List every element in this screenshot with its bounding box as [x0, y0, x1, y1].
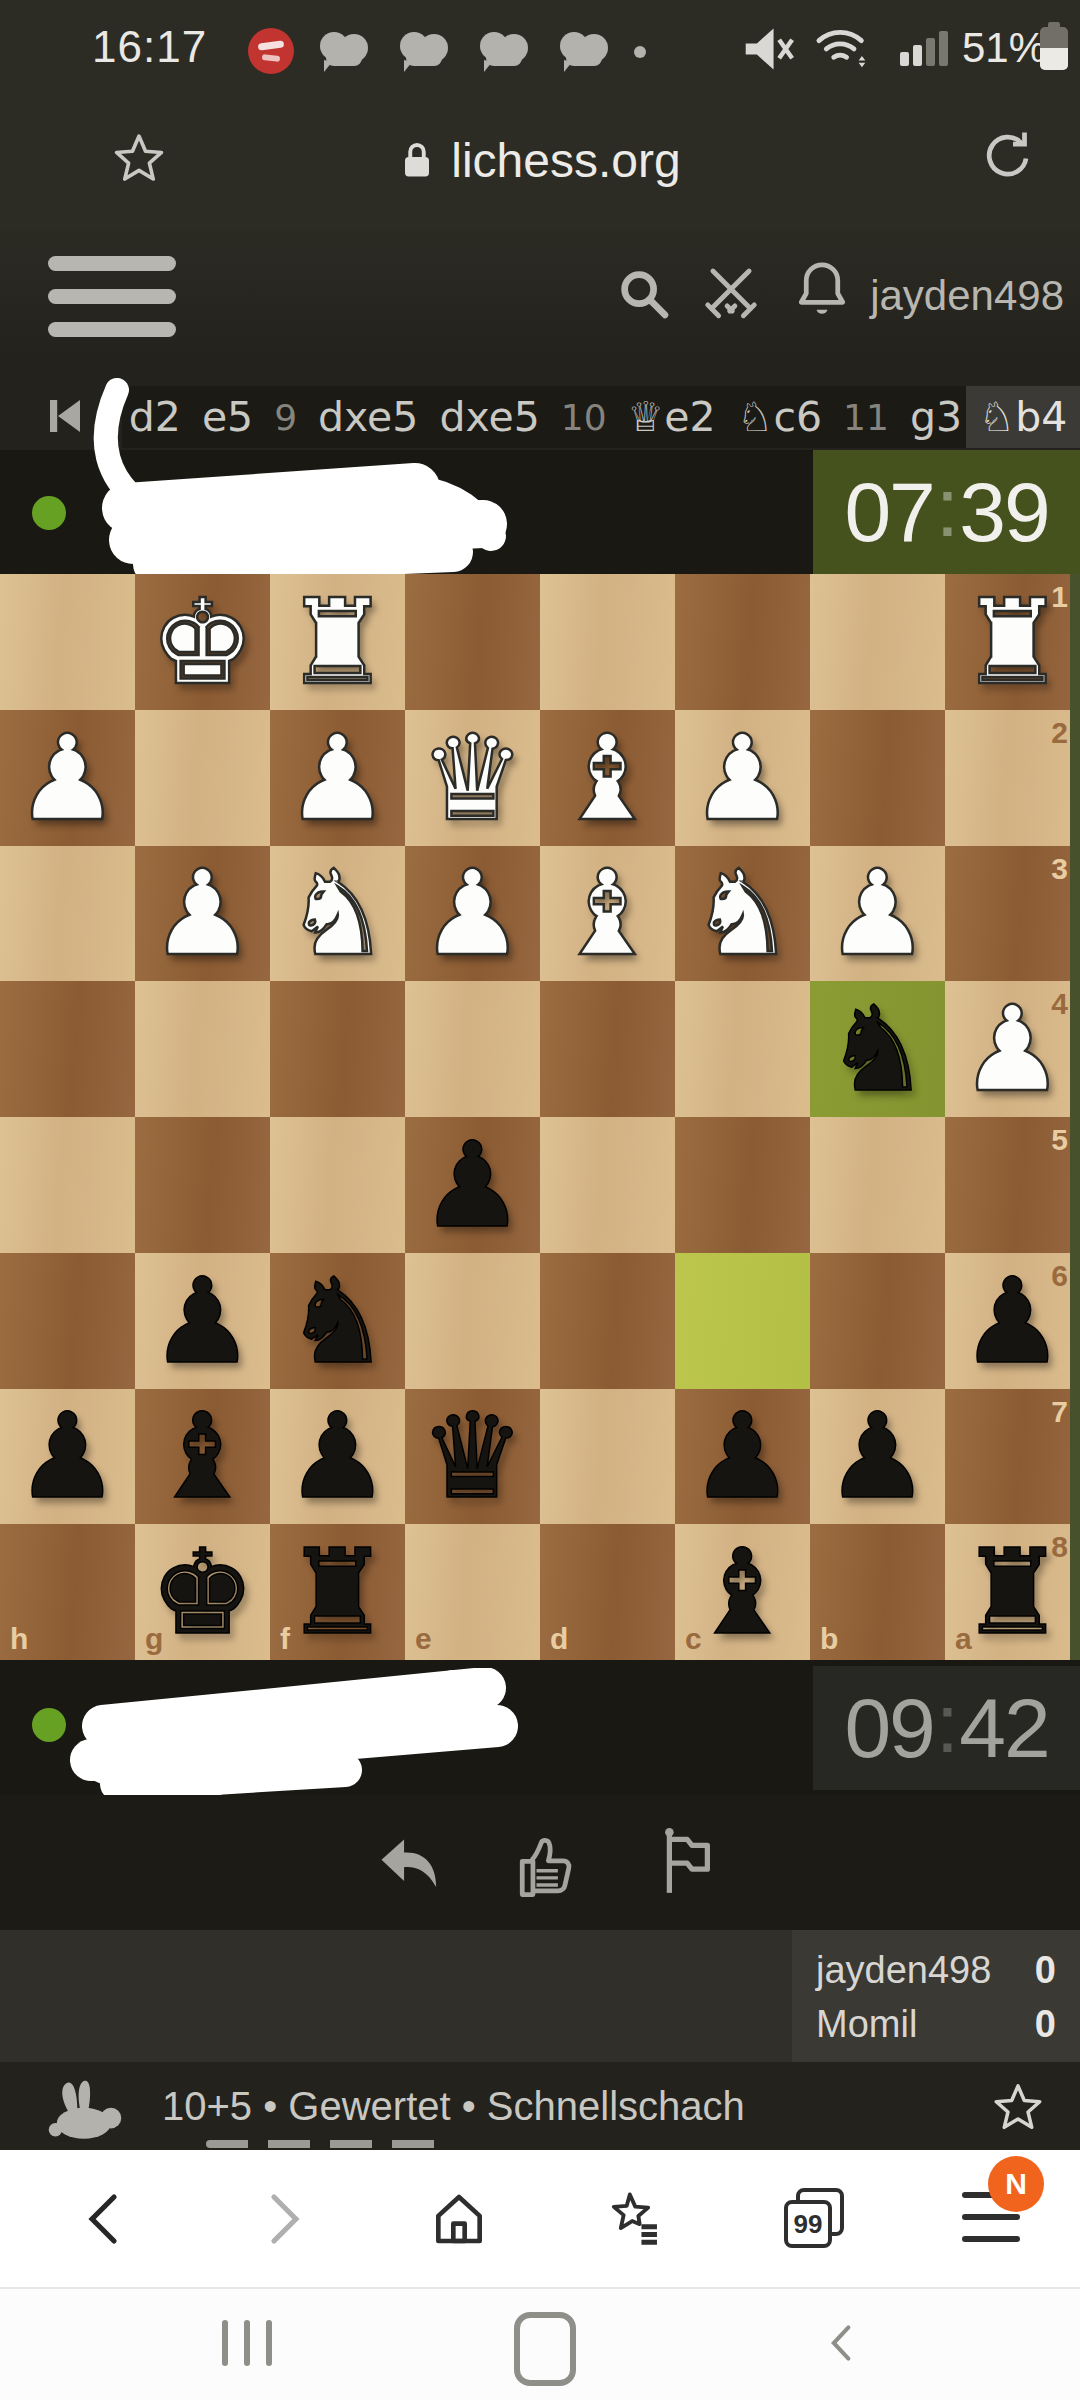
square-d3[interactable]: ♝ — [540, 846, 675, 982]
square-d8[interactable]: d — [540, 1524, 675, 1660]
move-san[interactable]: dxe5 — [439, 393, 539, 441]
move-strip: ♗d2e59dxe5dxe510♕e2♘c611g3O-O12b3 — [122, 386, 966, 448]
phone-screen: 16:17 51% lichess.org jayden498 ♗d2e59dx… — [0, 0, 1080, 2400]
square-a5[interactable]: 5 — [945, 1117, 1080, 1253]
rank-label: 3 — [1051, 852, 1068, 886]
score-panel: jayden498 0 Momil 0 — [792, 1930, 1080, 2062]
signal-bar — [913, 45, 922, 66]
move-number: 10 — [561, 397, 607, 438]
piece-white-pawn: ♟ — [0, 710, 135, 846]
score-value: 0 — [1035, 2003, 1056, 2046]
square-e4[interactable] — [405, 981, 540, 1117]
piece-black-rook: ♜ — [270, 1524, 405, 1660]
piece-white-king: ♚ — [135, 574, 270, 710]
piece-white-pawn: ♟ — [135, 846, 270, 982]
rank-label: 5 — [1051, 1123, 1068, 1157]
square-h1[interactable] — [0, 574, 135, 710]
piece-white-bishop: ♝ — [540, 846, 675, 982]
online-dot — [32, 496, 66, 530]
square-h7[interactable]: ♟ — [0, 1389, 135, 1525]
online-dot — [32, 1708, 66, 1742]
square-f1[interactable]: ♜ — [270, 574, 405, 710]
square-g4[interactable] — [135, 981, 270, 1117]
square-b3[interactable]: ♟ — [810, 846, 945, 982]
takeback-icon[interactable] — [372, 1824, 448, 1900]
square-h2[interactable]: ♟ — [0, 710, 135, 846]
search-icon[interactable] — [612, 262, 674, 324]
file-label: c — [685, 1622, 702, 1656]
square-b5[interactable] — [810, 1117, 945, 1253]
rabbit-speed-icon — [44, 2078, 134, 2140]
square-e6[interactable] — [405, 1253, 540, 1389]
square-d4[interactable] — [540, 981, 675, 1117]
refresh-icon[interactable] — [978, 126, 1038, 186]
square-a6[interactable]: ♟6 — [945, 1253, 1080, 1389]
battery-percent: 51% — [962, 24, 1046, 72]
chat-notification-icon — [398, 30, 450, 74]
browser-back-icon[interactable] — [74, 2188, 136, 2250]
file-label: f — [280, 1622, 290, 1656]
square-g8[interactable]: ♚g — [135, 1524, 270, 1660]
player-clock: 09:42 — [813, 1666, 1080, 1790]
rank-label: 4 — [1051, 987, 1068, 1021]
rank-label: 8 — [1051, 1530, 1068, 1564]
piece-black-pawn: ♟ — [0, 1389, 135, 1525]
piece-black-bishop: ♝ — [135, 1389, 270, 1525]
square-e2[interactable]: ♛ — [405, 710, 540, 846]
piece-white-pawn: ♟ — [270, 710, 405, 846]
score-value: 0 — [1035, 1949, 1056, 1992]
square-h5[interactable] — [0, 1117, 135, 1253]
square-f3[interactable]: ♞ — [270, 846, 405, 982]
square-a1[interactable]: ♜1 — [945, 574, 1080, 710]
status-bar: 16:17 51% — [0, 0, 1080, 90]
piece-white-knight: ♞ — [270, 846, 405, 982]
signal-bar — [926, 38, 935, 66]
square-b7[interactable]: ♟ — [810, 1389, 945, 1525]
rank-label: 7 — [1051, 1395, 1068, 1429]
square-a2[interactable]: 2 — [945, 710, 1080, 846]
square-d2[interactable]: ♝ — [540, 710, 675, 846]
url-domain: lichess.org — [451, 133, 680, 188]
mute-icon — [742, 26, 794, 72]
chess-board: ♚♜♜1♟♟♛♝♟2♟♞♟♝♞♟3♞♟4♟5♟♞♟6♟♝♟♛♟♟7h♚g♜fed… — [0, 574, 1080, 1660]
file-label: h — [10, 1622, 28, 1656]
move-san[interactable]: ♕e2 — [628, 393, 716, 441]
square-e5[interactable]: ♟ — [405, 1117, 540, 1253]
game-info-text: 10+5 • Gewertet • Schnellschach — [162, 2084, 745, 2129]
square-h4[interactable] — [0, 981, 135, 1117]
piece-white-bishop: ♝ — [540, 710, 675, 846]
signal-bar — [900, 52, 909, 66]
board-right-edge-strip — [1070, 574, 1080, 1660]
square-b1[interactable] — [810, 574, 945, 710]
square-f2[interactable]: ♟ — [270, 710, 405, 846]
square-c4[interactable] — [675, 981, 810, 1117]
square-c5[interactable] — [675, 1117, 810, 1253]
favorite-star-icon[interactable] — [990, 2080, 1046, 2136]
piece-white-pawn: ♟ — [675, 710, 810, 846]
menu-notification-badge: N — [988, 2156, 1044, 2212]
crossed-swords-icon[interactable] — [700, 262, 762, 324]
square-e3[interactable]: ♟ — [405, 846, 540, 982]
square-c6[interactable] — [675, 1253, 810, 1389]
wifi-icon — [812, 24, 872, 72]
android-home-icon[interactable] — [514, 2312, 576, 2386]
rank-label: 2 — [1051, 716, 1068, 750]
rank-label: 6 — [1051, 1259, 1068, 1293]
opponent-clock: 07:39 — [813, 450, 1080, 574]
file-label: a — [955, 1622, 972, 1656]
resign-flag-icon[interactable] — [648, 1824, 724, 1900]
lock-icon — [399, 138, 435, 182]
square-c2[interactable]: ♟ — [675, 710, 810, 846]
square-f6[interactable]: ♞ — [270, 1253, 405, 1389]
square-f5[interactable] — [270, 1117, 405, 1253]
clipped-text-line — [206, 2140, 446, 2148]
square-d7[interactable] — [540, 1389, 675, 1525]
square-f7[interactable]: ♟ — [270, 1389, 405, 1525]
move-san[interactable]: g3 — [910, 393, 962, 441]
chat-notification-icon — [478, 30, 530, 74]
square-g5[interactable] — [135, 1117, 270, 1253]
browser-home-icon[interactable] — [428, 2188, 490, 2250]
browser-tabs-icon[interactable]: 99 — [782, 2188, 844, 2250]
square-g6[interactable]: ♟ — [135, 1253, 270, 1389]
score-row: jayden498 0 — [816, 1942, 1056, 1998]
android-back-icon[interactable] — [820, 2314, 864, 2372]
header-username[interactable]: jayden498 — [870, 272, 1064, 320]
browser-forward-icon[interactable] — [252, 2188, 314, 2250]
file-label: g — [145, 1622, 163, 1656]
file-label: d — [550, 1622, 568, 1656]
move-san[interactable]: ♗d2 — [122, 393, 181, 441]
piece-white-queen: ♛ — [405, 710, 540, 846]
signal-bar — [939, 31, 948, 66]
rank-label: 1 — [1051, 580, 1068, 614]
square-h8[interactable]: h — [0, 1524, 135, 1660]
square-h6[interactable] — [0, 1253, 135, 1389]
score-player-name[interactable]: jayden498 — [816, 1949, 991, 1992]
url-display[interactable]: lichess.org — [0, 90, 1080, 230]
square-c1[interactable] — [675, 574, 810, 710]
move-san[interactable]: e5 — [202, 393, 253, 441]
piece-black-knight: ♞ — [270, 1253, 405, 1389]
go-to-first-move-icon[interactable] — [40, 390, 88, 442]
battery-icon — [1040, 22, 1068, 70]
bell-icon[interactable] — [792, 258, 852, 324]
chat-notification-icon — [318, 30, 370, 74]
piece-black-pawn: ♟ — [135, 1253, 270, 1389]
square-b6[interactable] — [810, 1253, 945, 1389]
chat-notification-icon — [558, 30, 610, 74]
square-e7[interactable]: ♛ — [405, 1389, 540, 1525]
square-a3[interactable]: 3 — [945, 846, 1080, 982]
square-d5[interactable] — [540, 1117, 675, 1253]
square-b2[interactable] — [810, 710, 945, 846]
square-b4[interactable]: ♞ — [810, 981, 945, 1117]
browser-bookmarks-icon[interactable] — [604, 2188, 666, 2250]
square-h3[interactable] — [0, 846, 135, 982]
piece-white-pawn: ♟ — [810, 846, 945, 982]
status-time: 16:17 — [92, 22, 207, 72]
square-c8[interactable]: ♝c — [675, 1524, 810, 1660]
piece-black-pawn: ♟ — [270, 1389, 405, 1525]
square-d1[interactable] — [540, 574, 675, 710]
score-row: Momil 0 — [816, 1996, 1056, 2052]
square-a7[interactable]: 7 — [945, 1389, 1080, 1525]
piece-black-queen: ♛ — [405, 1389, 540, 1525]
piece-black-pawn: ♟ — [405, 1117, 540, 1253]
square-a4[interactable]: ♟4 — [945, 981, 1080, 1117]
square-f8[interactable]: ♜f — [270, 1524, 405, 1660]
browser-nav-bar — [0, 2150, 1080, 2287]
move-number: 11 — [843, 397, 889, 438]
current-move[interactable]: ♘b4 — [966, 386, 1080, 448]
square-c7[interactable]: ♟ — [675, 1389, 810, 1525]
square-a8[interactable]: ♜8a — [945, 1524, 1080, 1660]
piece-white-knight: ♞ — [675, 846, 810, 982]
piece-white-rook: ♜ — [270, 574, 405, 710]
offer-draw-icon[interactable] — [508, 1828, 584, 1904]
square-g2[interactable] — [135, 710, 270, 846]
square-g3[interactable]: ♟ — [135, 846, 270, 982]
square-c3[interactable]: ♞ — [675, 846, 810, 982]
file-label: b — [820, 1622, 838, 1656]
move-san[interactable]: ♘c6 — [737, 393, 822, 441]
tabs-count: 99 — [794, 2209, 823, 2240]
square-g7[interactable]: ♝ — [135, 1389, 270, 1525]
square-e1[interactable] — [405, 574, 540, 710]
file-label: e — [415, 1622, 432, 1656]
more-notifications-dot — [634, 46, 646, 58]
square-b8[interactable]: b — [810, 1524, 945, 1660]
square-g1[interactable]: ♚ — [135, 574, 270, 710]
red-app-notification-icon — [248, 28, 294, 74]
piece-white-pawn: ♟ — [405, 846, 540, 982]
piece-black-pawn: ♟ — [810, 1389, 945, 1525]
piece-black-knight: ♞ — [810, 981, 945, 1117]
move-number: 9 — [274, 397, 297, 438]
square-e8[interactable]: e — [405, 1524, 540, 1660]
score-player-name[interactable]: Momil — [816, 2003, 917, 2046]
square-d6[interactable] — [540, 1253, 675, 1389]
square-f4[interactable] — [270, 981, 405, 1117]
piece-black-pawn: ♟ — [675, 1389, 810, 1525]
move-san[interactable]: dxe5 — [318, 393, 418, 441]
